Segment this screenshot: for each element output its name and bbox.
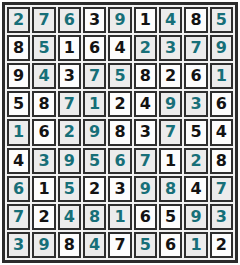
cell-r1c4[interactable]: 3 xyxy=(83,7,106,33)
cell-r9c9[interactable]: 2 xyxy=(210,232,233,258)
sudoku-board: 2763914858516423799437582615871249361629… xyxy=(2,2,238,263)
cell-r2c8[interactable]: 7 xyxy=(184,35,207,61)
cell-r4c3[interactable]: 7 xyxy=(58,91,81,117)
cell-r8c5[interactable]: 1 xyxy=(108,204,131,230)
cell-r2c1[interactable]: 8 xyxy=(7,35,30,61)
cell-r3c7[interactable]: 2 xyxy=(159,63,182,89)
cell-r8c9[interactable]: 3 xyxy=(210,204,233,230)
cell-r9c2[interactable]: 9 xyxy=(32,232,55,258)
cell-r7c8[interactable]: 4 xyxy=(184,176,207,202)
cell-r3c4[interactable]: 7 xyxy=(83,63,106,89)
cell-r2c5[interactable]: 4 xyxy=(108,35,131,61)
cell-r4c7[interactable]: 9 xyxy=(159,91,182,117)
cell-r2c2[interactable]: 5 xyxy=(32,35,55,61)
cell-r4c5[interactable]: 2 xyxy=(108,91,131,117)
cell-r8c4[interactable]: 8 xyxy=(83,204,106,230)
cell-r4c8[interactable]: 3 xyxy=(184,91,207,117)
cell-r5c8[interactable]: 5 xyxy=(184,119,207,145)
cell-r4c2[interactable]: 8 xyxy=(32,91,55,117)
cell-r8c7[interactable]: 5 xyxy=(159,204,182,230)
cell-r6c1[interactable]: 4 xyxy=(7,148,30,174)
cell-r9c4[interactable]: 4 xyxy=(83,232,106,258)
cell-r2c7[interactable]: 3 xyxy=(159,35,182,61)
cell-r7c3[interactable]: 5 xyxy=(58,176,81,202)
cell-r6c6[interactable]: 7 xyxy=(134,148,157,174)
cell-r9c5[interactable]: 7 xyxy=(108,232,131,258)
cell-r6c3[interactable]: 9 xyxy=(58,148,81,174)
cell-r7c4[interactable]: 2 xyxy=(83,176,106,202)
cell-r1c2[interactable]: 7 xyxy=(32,7,55,33)
cell-r4c1[interactable]: 5 xyxy=(7,91,30,117)
cell-r7c2[interactable]: 1 xyxy=(32,176,55,202)
cell-r6c8[interactable]: 2 xyxy=(184,148,207,174)
cell-r9c8[interactable]: 1 xyxy=(184,232,207,258)
cell-r4c6[interactable]: 4 xyxy=(134,91,157,117)
cell-r4c4[interactable]: 1 xyxy=(83,91,106,117)
cell-r3c5[interactable]: 5 xyxy=(108,63,131,89)
cell-r7c5[interactable]: 3 xyxy=(108,176,131,202)
cell-r2c6[interactable]: 2 xyxy=(134,35,157,61)
cell-r5c3[interactable]: 2 xyxy=(58,119,81,145)
cell-r5c6[interactable]: 3 xyxy=(134,119,157,145)
cell-r1c5[interactable]: 9 xyxy=(108,7,131,33)
cell-r8c8[interactable]: 9 xyxy=(184,204,207,230)
cell-r7c1[interactable]: 6 xyxy=(7,176,30,202)
cell-r2c4[interactable]: 6 xyxy=(83,35,106,61)
cell-r6c5[interactable]: 6 xyxy=(108,148,131,174)
cell-r3c2[interactable]: 4 xyxy=(32,63,55,89)
cell-r7c6[interactable]: 9 xyxy=(134,176,157,202)
cell-r8c3[interactable]: 4 xyxy=(58,204,81,230)
cell-r5c9[interactable]: 4 xyxy=(210,119,233,145)
cell-r3c6[interactable]: 8 xyxy=(134,63,157,89)
cell-r6c2[interactable]: 3 xyxy=(32,148,55,174)
cell-r1c8[interactable]: 8 xyxy=(184,7,207,33)
cell-r1c9[interactable]: 5 xyxy=(210,7,233,33)
cell-r2c3[interactable]: 1 xyxy=(58,35,81,61)
cell-r6c9[interactable]: 8 xyxy=(210,148,233,174)
cell-r3c9[interactable]: 1 xyxy=(210,63,233,89)
cell-r7c9[interactable]: 7 xyxy=(210,176,233,202)
cell-r8c1[interactable]: 7 xyxy=(7,204,30,230)
cell-r5c7[interactable]: 7 xyxy=(159,119,182,145)
cell-r5c5[interactable]: 8 xyxy=(108,119,131,145)
cell-r4c9[interactable]: 6 xyxy=(210,91,233,117)
cell-r1c1[interactable]: 2 xyxy=(7,7,30,33)
cell-r1c6[interactable]: 1 xyxy=(134,7,157,33)
cell-r5c4[interactable]: 9 xyxy=(83,119,106,145)
cell-r8c6[interactable]: 6 xyxy=(134,204,157,230)
cell-r2c9[interactable]: 9 xyxy=(210,35,233,61)
cell-r8c2[interactable]: 2 xyxy=(32,204,55,230)
cell-r9c3[interactable]: 8 xyxy=(58,232,81,258)
cell-r3c8[interactable]: 6 xyxy=(184,63,207,89)
cell-r5c2[interactable]: 6 xyxy=(32,119,55,145)
cell-r6c7[interactable]: 1 xyxy=(159,148,182,174)
cell-r6c4[interactable]: 5 xyxy=(83,148,106,174)
cell-r9c7[interactable]: 6 xyxy=(159,232,182,258)
cell-r9c6[interactable]: 5 xyxy=(134,232,157,258)
cell-r7c7[interactable]: 8 xyxy=(159,176,182,202)
cell-r9c1[interactable]: 3 xyxy=(7,232,30,258)
cell-r1c7[interactable]: 4 xyxy=(159,7,182,33)
sudoku-app: 2763914858516423799437582615871249361629… xyxy=(0,0,240,265)
cell-r5c1[interactable]: 1 xyxy=(7,119,30,145)
cell-r1c3[interactable]: 6 xyxy=(58,7,81,33)
cell-r3c1[interactable]: 9 xyxy=(7,63,30,89)
cell-r3c3[interactable]: 3 xyxy=(58,63,81,89)
